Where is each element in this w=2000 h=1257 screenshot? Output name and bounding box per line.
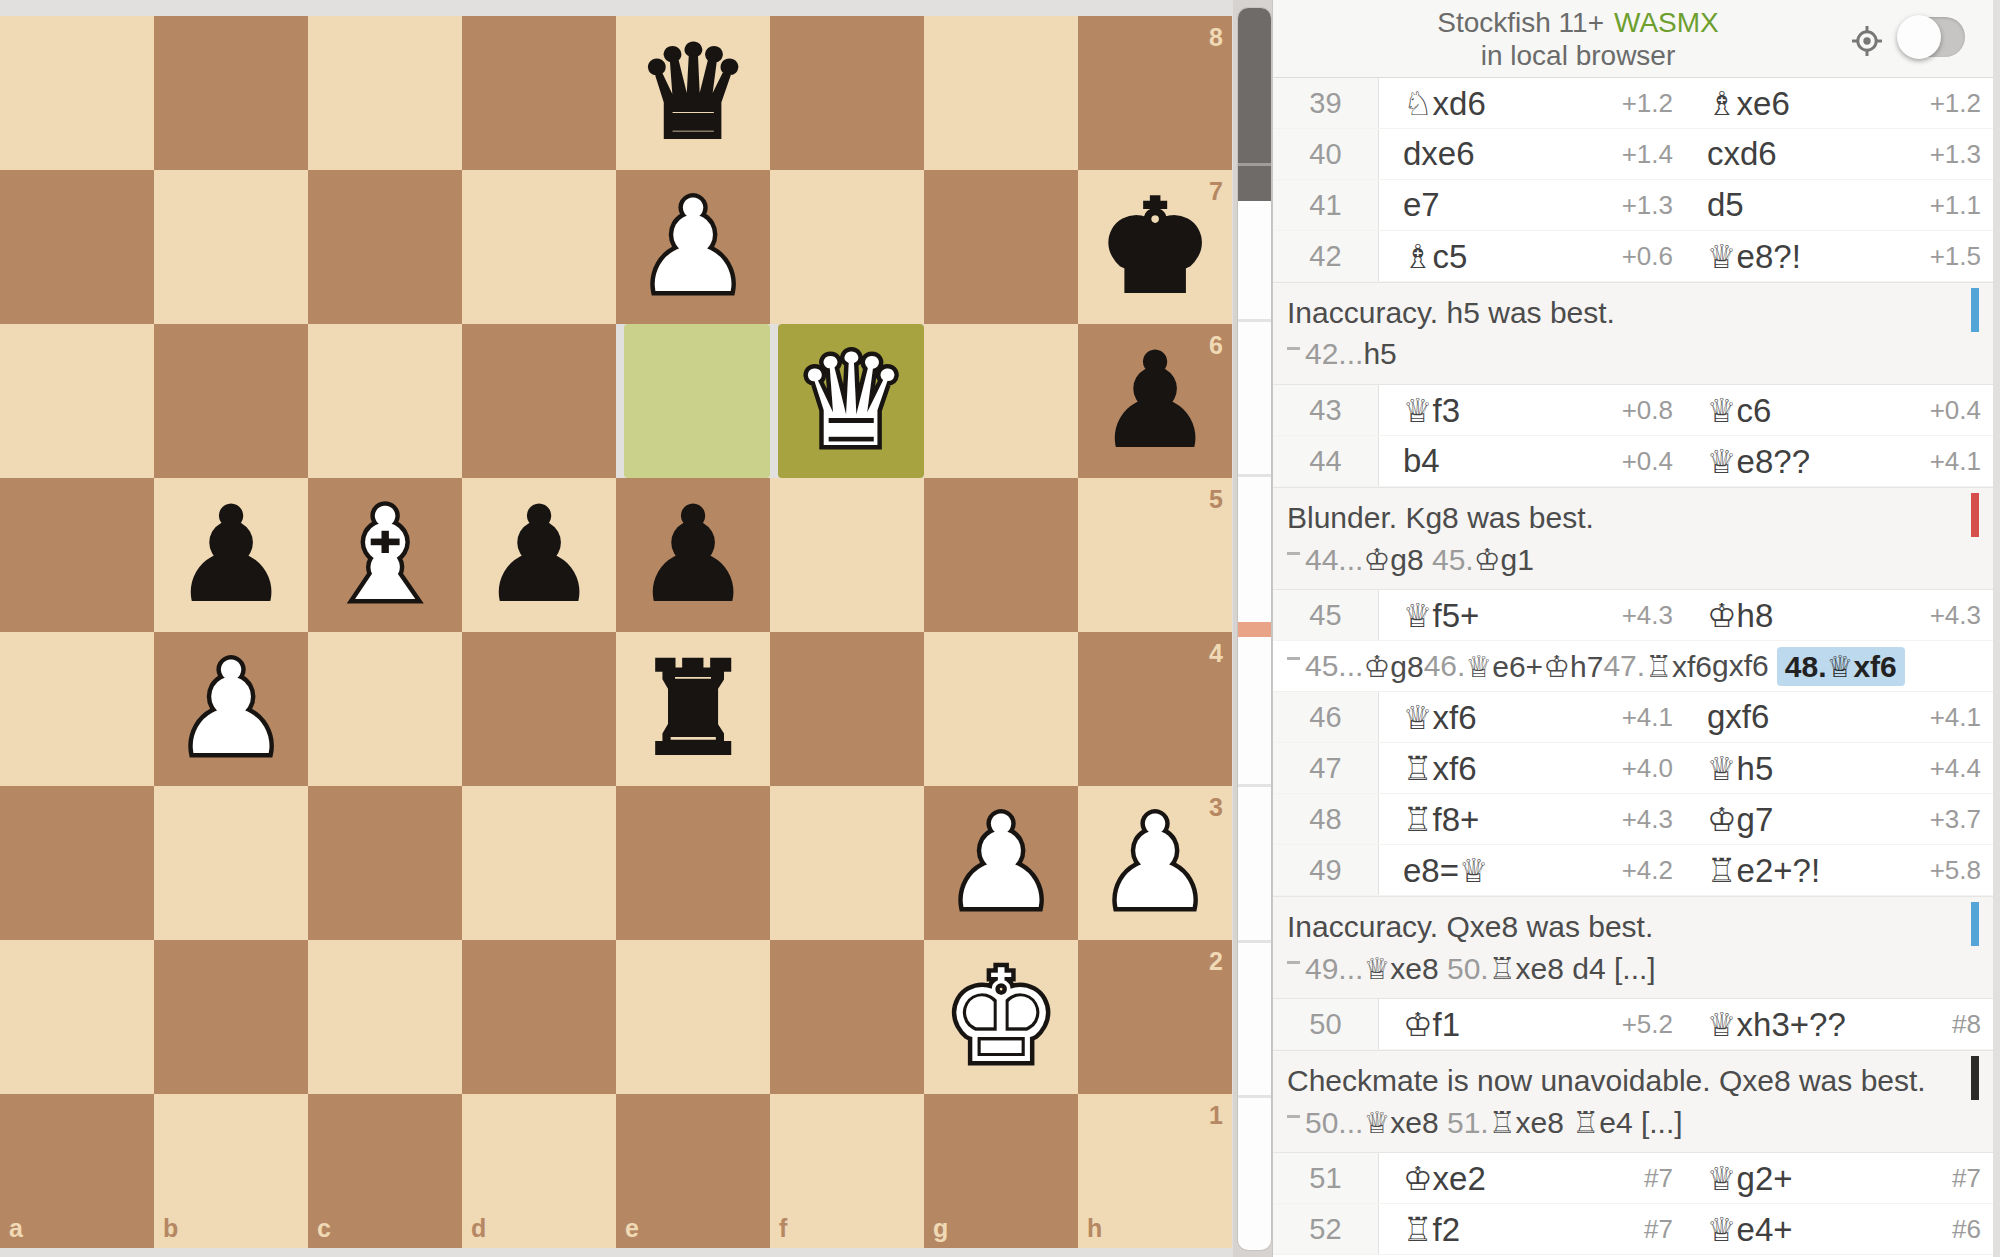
- square-c3[interactable]: [308, 786, 462, 940]
- square-h1[interactable]: 1h: [1078, 1094, 1232, 1248]
- piece-glyph: ♛: [616, 16, 770, 170]
- square-f5[interactable]: [770, 478, 924, 632]
- black-eval: +4.1: [1901, 692, 1993, 742]
- file-label-e: e: [625, 1214, 639, 1243]
- square-e4[interactable]: ♜♜: [616, 632, 770, 786]
- variation-move[interactable]: ♔h7: [1543, 649, 1603, 684]
- square-g5[interactable]: [924, 478, 1078, 632]
- black-eval: +1.3: [1901, 129, 1993, 179]
- square-b3[interactable]: [154, 786, 308, 940]
- white-eval: +0.6: [1593, 231, 1673, 281]
- rank-label-1: 1: [1209, 1101, 1223, 1130]
- move-row: 43♕f3+0.8♕c6+0.4: [1273, 385, 1993, 436]
- move-number: 47: [1273, 743, 1379, 793]
- move-row: 39♘xd6+1.2♗xe6+1.2: [1273, 78, 1993, 129]
- judgment-comment: Blunder. Kg8 was best.44...♔g8 45.♔g1: [1273, 487, 1993, 590]
- move-row: 47♖xf6+4.0♕h5+4.4: [1273, 743, 1993, 794]
- move-row: 50♔f1+5.2♕xh3+??#8: [1273, 999, 1993, 1050]
- square-c7[interactable]: [308, 170, 462, 324]
- white-eval: +1.4: [1593, 129, 1673, 179]
- white-pawn[interactable]: ♟♟: [154, 632, 308, 786]
- black-eval: +3.7: [1901, 794, 1993, 844]
- judgment-text: Inaccuracy. Qxe8 was best.: [1287, 910, 1949, 944]
- black-pawn[interactable]: ♟♟: [616, 478, 770, 632]
- square-c1[interactable]: c: [308, 1094, 462, 1248]
- move-list: 39♘xd6+1.2♗xe6+1.240dxe6+1.4cxd6+1.341e7…: [1273, 78, 1993, 1255]
- square-e5[interactable]: ♟♟: [616, 478, 770, 632]
- white-move[interactable]: ♔f1: [1379, 999, 1593, 1049]
- white-move[interactable]: ♕f3: [1379, 385, 1593, 435]
- variation-move[interactable]: ♖xf6: [1645, 649, 1712, 684]
- judgment-bar-dark: [1971, 1056, 1979, 1100]
- piece-glyph: ♟: [154, 478, 308, 632]
- variation-move[interactable]: ♖e4: [1572, 1106, 1632, 1139]
- black-pawn[interactable]: ♟♟: [154, 478, 308, 632]
- judgment-comment: Checkmate is now unavoidable. Qxe8 was b…: [1273, 1050, 1993, 1153]
- engine-header: Stockfish 11+WASMX in local browser: [1273, 0, 1993, 78]
- black-queen[interactable]: ♛♛: [616, 16, 770, 170]
- square-h6[interactable]: ♟♟6: [1078, 324, 1232, 478]
- white-move[interactable]: e7: [1379, 180, 1593, 230]
- piece-glyph: ♟: [616, 170, 770, 324]
- judgment-text: Blunder. Kg8 was best.: [1287, 501, 1949, 535]
- black-eval: +4.3: [1901, 590, 1993, 640]
- variation-move[interactable]: h5: [1363, 337, 1396, 370]
- square-h2[interactable]: 2: [1078, 940, 1232, 1094]
- square-f1[interactable]: f: [770, 1094, 924, 1248]
- square-a4[interactable]: [0, 632, 154, 786]
- variation-move[interactable]: ♖xe8: [1489, 1106, 1564, 1139]
- judgment-bar-blue: [1971, 902, 1979, 946]
- variation-move-number: 42...: [1305, 337, 1363, 370]
- variation-move[interactable]: [...]: [1614, 952, 1656, 985]
- square-a6[interactable]: [0, 324, 154, 478]
- square-e8[interactable]: ♛♛: [616, 16, 770, 170]
- black-move[interactable]: ♔h8: [1673, 590, 1901, 640]
- white-move[interactable]: ♖f2: [1379, 1204, 1593, 1254]
- square-d1[interactable]: d: [462, 1094, 616, 1248]
- rank-label-5: 5: [1209, 485, 1223, 514]
- white-eval: +0.4: [1593, 436, 1673, 486]
- eval-gauge: [1238, 8, 1271, 1250]
- variation-move-number: 51.: [1447, 1106, 1489, 1139]
- variation-move[interactable]: ♔g8: [1363, 543, 1423, 576]
- analysis-page: ♛♛8♟♟♚♚7♛♛♟♟6♟♟♝♝♟♟♟♟5♟♟♜♜4♟♟♟♟3♚♚2abcde…: [0, 0, 2000, 1257]
- move-number: 39: [1273, 78, 1379, 128]
- file-label-g: g: [933, 1214, 948, 1243]
- square-g2[interactable]: ♚♚: [924, 940, 1078, 1094]
- square-e7[interactable]: ♟♟: [616, 170, 770, 324]
- black-eval: #6: [1901, 1204, 1993, 1254]
- judgment-bar-blue: [1971, 288, 1979, 332]
- square-e2[interactable]: [616, 940, 770, 1094]
- white-move[interactable]: dxe6: [1379, 129, 1593, 179]
- best-line[interactable]: 49...♕xe8 50.♖xe8 d4 [...]: [1287, 951, 1949, 986]
- move-row: 44b4+0.4♕e8??+4.1: [1273, 436, 1993, 487]
- black-move[interactable]: ♕g2+: [1673, 1153, 1901, 1203]
- square-d2[interactable]: [462, 940, 616, 1094]
- black-eval: +1.5: [1901, 231, 1993, 281]
- file-label-d: d: [471, 1214, 486, 1243]
- white-pawn[interactable]: ♟♟: [616, 170, 770, 324]
- rank-label-8: 8: [1209, 23, 1223, 52]
- square-d5[interactable]: ♟♟: [462, 478, 616, 632]
- rank-label-2: 2: [1209, 947, 1223, 976]
- white-move[interactable]: ♕xf6: [1379, 692, 1593, 742]
- square-a5[interactable]: [0, 478, 154, 632]
- black-move[interactable]: ♕e4+: [1673, 1204, 1901, 1254]
- square-b1[interactable]: b: [154, 1094, 308, 1248]
- move-row: 46♕xf6+4.1gxf6+4.1: [1273, 692, 1993, 743]
- move-number: 48: [1273, 794, 1379, 844]
- variation-move[interactable]: gxf6: [1712, 649, 1769, 683]
- black-move[interactable]: ♕e8??: [1673, 436, 1901, 486]
- square-f8[interactable]: [770, 16, 924, 170]
- square-g6[interactable]: [924, 324, 1078, 478]
- square-c8[interactable]: [308, 16, 462, 170]
- piece-glyph: ♝: [308, 478, 462, 632]
- gauge-tick: [1238, 474, 1271, 477]
- square-b4[interactable]: ♟♟: [154, 632, 308, 786]
- square-g7[interactable]: [924, 170, 1078, 324]
- square-d3[interactable]: [462, 786, 616, 940]
- analysis-panel: Stockfish 11+WASMX in local browser 39♘x…: [1272, 0, 1993, 1257]
- branch-mark: [1287, 657, 1300, 660]
- square-a3[interactable]: [0, 786, 154, 940]
- white-move[interactable]: ♖xf6: [1379, 743, 1593, 793]
- judgment-comment: Inaccuracy. h5 was best.42...h5: [1273, 282, 1993, 385]
- black-rook[interactable]: ♜♜: [616, 632, 770, 786]
- white-eval: +4.0: [1593, 743, 1673, 793]
- white-bishop[interactable]: ♝♝: [308, 478, 462, 632]
- rank-label-7: 7: [1209, 177, 1223, 206]
- engine-location: in local browser: [1481, 39, 1676, 72]
- square-d4[interactable]: [462, 632, 616, 786]
- move-number: 50: [1273, 999, 1379, 1049]
- white-move[interactable]: b4: [1379, 436, 1593, 486]
- white-move[interactable]: ♔xe2: [1379, 1153, 1593, 1203]
- square-c4[interactable]: [308, 632, 462, 786]
- square-h7[interactable]: ♚♚7: [1078, 170, 1232, 324]
- variation-move-number: 45...: [1305, 649, 1363, 683]
- judgment-bar-red: [1971, 493, 1979, 537]
- square-c5[interactable]: ♝♝: [308, 478, 462, 632]
- black-move[interactable]: d5: [1673, 180, 1901, 230]
- square-g8[interactable]: [924, 16, 1078, 170]
- square-a7[interactable]: [0, 170, 154, 324]
- square-f2[interactable]: [770, 940, 924, 1094]
- square-a2[interactable]: [0, 940, 154, 1094]
- move-row: 49e8=♕+4.2♖e2+?!+5.8: [1273, 845, 1993, 896]
- file-label-h: h: [1087, 1214, 1102, 1243]
- variation-line[interactable]: 45...♔g8 46.♕e6+ ♔h7 47.♖xf6 gxf648.♕xf6: [1273, 641, 1993, 692]
- branch-mark: [1287, 961, 1300, 964]
- gauge-tick: [1238, 319, 1271, 322]
- variation-move-number: 46.: [1424, 649, 1466, 683]
- target-icon[interactable]: [1851, 25, 1883, 57]
- variation-move-number: 50.: [1447, 952, 1489, 985]
- best-line[interactable]: 44...♔g8 45.♔g1: [1287, 542, 1949, 577]
- white-eval: #7: [1593, 1204, 1673, 1254]
- square-h8[interactable]: 8: [1078, 16, 1232, 170]
- move-row: 48♖f8++4.3♔g7+3.7: [1273, 794, 1993, 845]
- piece-glyph: ♟: [462, 478, 616, 632]
- black-pawn[interactable]: ♟♟: [462, 478, 616, 632]
- move-row: 45♕f5++4.3♔h8+4.3: [1273, 590, 1993, 641]
- white-eval: +0.8: [1593, 385, 1673, 435]
- variation-move[interactable]: ♔g1: [1474, 543, 1534, 576]
- black-move[interactable]: gxf6: [1673, 692, 1901, 742]
- square-f7[interactable]: [770, 170, 924, 324]
- branch-mark: [1287, 347, 1300, 350]
- white-eval: +5.2: [1593, 999, 1673, 1049]
- variation-move-number: 44...: [1305, 543, 1363, 576]
- judgment-comment: Inaccuracy. Qxe8 was best.49...♕xe8 50.♖…: [1273, 896, 1993, 999]
- best-line[interactable]: 42...h5: [1287, 337, 1949, 371]
- move-number: 43: [1273, 385, 1379, 435]
- variation-move[interactable]: ♕xe8: [1363, 1106, 1438, 1139]
- piece-glyph: ♟: [924, 786, 1078, 940]
- white-king[interactable]: ♚♚: [924, 940, 1078, 1094]
- square-h3[interactable]: ♟♟3: [1078, 786, 1232, 940]
- judgment-text: Checkmate is now unavoidable. Qxe8 was b…: [1287, 1064, 1949, 1098]
- square-f6[interactable]: ♛♛: [778, 324, 924, 478]
- white-move[interactable]: e8=♕: [1379, 845, 1593, 895]
- branch-mark: [1287, 552, 1300, 555]
- piece-glyph: ♛: [778, 324, 924, 478]
- move-number: 40: [1273, 129, 1379, 179]
- piece-glyph: ♜: [616, 632, 770, 786]
- move-row: 51♔xe2#7♕g2+#7: [1273, 1153, 1993, 1204]
- square-b8[interactable]: [154, 16, 308, 170]
- white-move[interactable]: ♘xd6: [1379, 78, 1593, 128]
- square-f3[interactable]: [770, 786, 924, 940]
- white-eval: +4.3: [1593, 590, 1673, 640]
- black-move[interactable]: ♔g7: [1673, 794, 1901, 844]
- black-eval: #8: [1901, 999, 1993, 1049]
- engine-toggle[interactable]: [1899, 17, 1965, 57]
- square-e3[interactable]: [616, 786, 770, 940]
- white-eval: +4.3: [1593, 794, 1673, 844]
- gauge-tick: [1238, 163, 1271, 166]
- square-h5[interactable]: 5: [1078, 478, 1232, 632]
- move-number: 42: [1273, 231, 1379, 281]
- file-label-b: b: [163, 1214, 178, 1243]
- black-eval: +4.1: [1901, 436, 1993, 486]
- white-eval: +1.2: [1593, 78, 1673, 128]
- variation-move[interactable]: d4: [1572, 952, 1605, 985]
- white-queen[interactable]: ♛♛: [778, 324, 924, 478]
- white-move[interactable]: ♖f8+: [1379, 794, 1593, 844]
- black-eval: +1.2: [1901, 78, 1993, 128]
- black-move[interactable]: ♖e2+?!: [1673, 845, 1901, 895]
- engine-toggle-knob: [1897, 15, 1941, 59]
- gauge-tick: [1238, 1095, 1271, 1098]
- rank-label-6: 6: [1209, 331, 1223, 360]
- current-variation-move[interactable]: 48.♕xf6: [1777, 647, 1905, 686]
- variation-move-number: 50...: [1305, 1106, 1363, 1139]
- move-row: 42♗c5+0.6♕e8?!+1.5: [1273, 231, 1993, 282]
- square-d6[interactable]: [462, 324, 616, 478]
- variation-move[interactable]: ♕xe8: [1363, 952, 1438, 985]
- square-g1[interactable]: g: [924, 1094, 1078, 1248]
- eval-gauge-black-section: [1238, 8, 1271, 201]
- variation-move[interactable]: ♔g8: [1363, 649, 1423, 684]
- file-label-f: f: [779, 1214, 787, 1243]
- black-eval: +5.8: [1901, 845, 1993, 895]
- black-move[interactable]: cxd6: [1673, 129, 1901, 179]
- black-eval: +0.4: [1901, 385, 1993, 435]
- variation-move-number: 45.: [1432, 543, 1474, 576]
- black-eval: +4.4: [1901, 743, 1993, 793]
- engine-title: Stockfish 11+WASMX in local browser: [1273, 0, 1883, 77]
- square-g3[interactable]: ♟♟: [924, 786, 1078, 940]
- square-h4[interactable]: 4: [1078, 632, 1232, 786]
- black-move[interactable]: ♕xh3+??: [1673, 999, 1901, 1049]
- file-label-a: a: [9, 1214, 23, 1243]
- move-number: 49: [1273, 845, 1379, 895]
- square-d8[interactable]: [462, 16, 616, 170]
- engine-tech-badge: WASMX: [1614, 7, 1719, 38]
- engine-name-line: Stockfish 11+WASMX: [1437, 6, 1719, 39]
- black-move[interactable]: ♕c6: [1673, 385, 1901, 435]
- variation-move[interactable]: ♕e6+: [1465, 649, 1543, 684]
- piece-glyph: ♟: [154, 632, 308, 786]
- move-number: 52: [1273, 1204, 1379, 1254]
- square-b6[interactable]: [154, 324, 308, 478]
- move-number: 46: [1273, 692, 1379, 742]
- rank-label-4: 4: [1209, 639, 1223, 668]
- black-eval: +1.1: [1901, 180, 1993, 230]
- variation-move[interactable]: [...]: [1641, 1106, 1683, 1139]
- square-c2[interactable]: [308, 940, 462, 1094]
- square-f4[interactable]: [770, 632, 924, 786]
- move-number: 44: [1273, 436, 1379, 486]
- piece-glyph: ♚: [924, 940, 1078, 1094]
- black-eval: #7: [1901, 1153, 1993, 1203]
- best-line[interactable]: 50...♕xe8 51.♖xe8 ♖e4 [...]: [1287, 1105, 1949, 1140]
- gauge-tick: [1238, 940, 1271, 943]
- white-eval: #7: [1593, 1153, 1673, 1203]
- judgment-text: Inaccuracy. h5 was best.: [1287, 296, 1949, 330]
- file-label-c: c: [317, 1214, 331, 1243]
- white-move[interactable]: ♕f5+: [1379, 590, 1593, 640]
- black-move[interactable]: ♗xe6: [1673, 78, 1901, 128]
- square-a8[interactable]: [0, 16, 154, 170]
- variation-move-number: 47.: [1603, 649, 1645, 683]
- move-row: 40dxe6+1.4cxd6+1.3: [1273, 129, 1993, 180]
- white-move[interactable]: ♗c5: [1379, 231, 1593, 281]
- gauge-mid-tick: [1238, 622, 1271, 637]
- square-d7[interactable]: [462, 170, 616, 324]
- white-eval: +4.1: [1593, 692, 1673, 742]
- black-move[interactable]: ♕e8?!: [1673, 231, 1901, 281]
- move-row: 52♖f2#7♕e4+#6: [1273, 1204, 1993, 1255]
- square-e1[interactable]: e: [616, 1094, 770, 1248]
- move-number: 51: [1273, 1153, 1379, 1203]
- white-eval: +4.2: [1593, 845, 1673, 895]
- square-b7[interactable]: [154, 170, 308, 324]
- variation-move[interactable]: ♖xe8: [1489, 952, 1564, 985]
- square-a1[interactable]: a: [0, 1094, 154, 1248]
- branch-mark: [1287, 1115, 1300, 1118]
- engine-name: Stockfish 11+: [1437, 7, 1604, 38]
- move-number: 45: [1273, 590, 1379, 640]
- move-number: 41: [1273, 180, 1379, 230]
- square-c6[interactable]: [308, 324, 462, 478]
- variation-move-number: 49...: [1305, 952, 1363, 985]
- square-b5[interactable]: ♟♟: [154, 478, 308, 632]
- move-row: 41e7+1.3d5+1.1: [1273, 180, 1993, 231]
- square-g4[interactable]: [924, 632, 1078, 786]
- black-move[interactable]: ♕h5: [1673, 743, 1901, 793]
- white-eval: +1.3: [1593, 180, 1673, 230]
- chess-board: ♛♛8♟♟♚♚7♛♛♟♟6♟♟♝♝♟♟♟♟5♟♟♜♜4♟♟♟♟3♚♚2abcde…: [0, 16, 1232, 1248]
- square-e6[interactable]: [624, 324, 770, 478]
- square-b2[interactable]: [154, 940, 308, 1094]
- white-pawn[interactable]: ♟♟: [924, 786, 1078, 940]
- piece-glyph: ♟: [616, 478, 770, 632]
- rank-label-3: 3: [1209, 793, 1223, 822]
- gauge-tick: [1238, 784, 1271, 787]
